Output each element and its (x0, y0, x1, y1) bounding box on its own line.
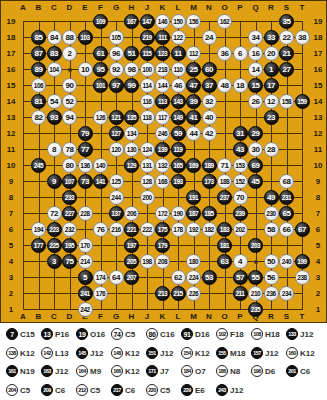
board-stone-H13[interactable]: 135 (124, 110, 139, 125)
stone-move-number: 2 (68, 49, 72, 58)
board-stone-L17[interactable]: 11 (171, 46, 186, 61)
board-stone-Q18[interactable]: 34 (248, 30, 263, 45)
board-stone-Q2[interactable]: 210 (248, 286, 263, 301)
legend-entry: 204C5 (6, 383, 41, 397)
board-stone-H12[interactable]: 134 (124, 126, 139, 141)
stone-move-number: 236 (266, 290, 275, 297)
board-stone-K4[interactable]: 208 (155, 254, 170, 269)
board-stone-J9[interactable]: 128 (140, 174, 155, 189)
board-stone-D11[interactable]: 78 (62, 142, 77, 157)
legend-coordinate: O16 (90, 330, 105, 339)
board-stone-P12[interactable]: 31 (233, 126, 248, 141)
board-stone-M19[interactable]: 156 (186, 14, 201, 29)
board-stone-C17[interactable]: 83 (47, 46, 62, 61)
board-stone-N10[interactable]: 189 (202, 158, 217, 173)
board-stone-C14[interactable]: 54 (47, 94, 62, 109)
board-stone-H17[interactable]: 51 (124, 46, 139, 61)
board-stone-K9[interactable]: 168 (155, 174, 170, 189)
board-stone-K15[interactable]: 144 (155, 78, 170, 93)
board-stone-F6[interactable]: 76 (93, 222, 108, 237)
board-stone-L11[interactable]: 119 (171, 142, 186, 157)
stone-move-number: 38 (298, 33, 306, 42)
board-stone-G8[interactable]: 244 (109, 190, 124, 205)
stone-move-number: 42 (205, 129, 213, 138)
stone-move-number: 137 (111, 210, 120, 217)
board-stone-E4[interactable]: 214 (78, 254, 93, 269)
stone-move-number: 208 (158, 258, 167, 265)
board-stone-H15[interactable]: 99 (124, 78, 139, 93)
board-stone-S19[interactable]: 35 (279, 14, 294, 29)
board-stone-P17[interactable]: 6 (233, 46, 248, 61)
board-stone-F9[interactable]: 141 (93, 174, 108, 189)
legend-entry: 133J12 (286, 327, 321, 341)
board-stone-R8[interactable]: 49 (264, 190, 279, 205)
board-stone-R2[interactable]: 236 (264, 286, 279, 301)
stone-move-number: 180 (189, 258, 198, 265)
board-stone-M7[interactable]: 187 (186, 206, 201, 221)
row-label-right: 8 (311, 193, 325, 202)
board-stone-D18[interactable]: 88 (62, 30, 77, 45)
board-stone-N18[interactable]: 24 (202, 30, 217, 45)
board-stone-S4[interactable]: 240 (279, 254, 294, 269)
board-stone-D5[interactable]: 195 (62, 238, 77, 253)
board-stone-B16[interactable]: 89 (31, 62, 46, 77)
board-stone-C5[interactable]: 225 (47, 238, 62, 253)
board-stone-M6[interactable]: 192 (186, 222, 201, 237)
board-stone-L9[interactable]: 193 (171, 174, 186, 189)
board-stone-H4[interactable]: 205 (124, 254, 139, 269)
board-stone-D4[interactable]: 75 (62, 254, 77, 269)
board-stone-G16[interactable]: 92 (109, 62, 124, 77)
board-stone-S2[interactable]: 234 (279, 286, 294, 301)
board-stone-J11[interactable]: 124 (140, 142, 155, 157)
row-label-left: 8 (4, 193, 18, 202)
board-stone-H11[interactable]: 130 (124, 142, 139, 157)
board-stone-P7[interactable]: 239 (233, 206, 248, 221)
board-stone-E1[interactable]: 242 (78, 302, 93, 317)
board-stone-S17[interactable]: 21 (279, 46, 294, 61)
column-label-top: C (49, 3, 59, 12)
board-stone-C16[interactable]: 104 (47, 62, 62, 77)
board-stone-B17[interactable]: 87 (31, 46, 46, 61)
board-stone-S18[interactable]: 22 (279, 30, 294, 45)
board-stone-J13[interactable]: 118 (140, 110, 155, 125)
row-label-left: 16 (4, 65, 18, 74)
board-stone-M3[interactable]: 224 (186, 270, 201, 285)
board-stone-K18[interactable]: 111 (155, 30, 170, 45)
board-stone-J16[interactable]: 100 (140, 62, 155, 77)
stone-move-number: 4 (238, 257, 242, 266)
board-stone-K2[interactable]: 213 (155, 286, 170, 301)
row-label-right: 15 (311, 81, 325, 90)
board-stone-K5[interactable]: 179 (155, 238, 170, 253)
stone-move-number: 65 (283, 209, 291, 218)
board-stone-P3[interactable]: 57 (233, 270, 248, 285)
column-label-top: P (235, 3, 245, 12)
board-stone-P6[interactable]: 202 (233, 222, 248, 237)
board-stone-E2[interactable]: 241 (78, 286, 93, 301)
board-stone-E9[interactable]: 73 (78, 174, 93, 189)
row-label-right: 4 (311, 257, 325, 266)
board-stone-B15[interactable]: 106 (31, 78, 46, 93)
board-stone-K19[interactable]: 146 (155, 14, 170, 29)
board-stone-C11[interactable]: 8 (47, 142, 62, 157)
board-stone-J14[interactable]: 116 (140, 94, 155, 109)
board-stone-M12[interactable]: 44 (186, 126, 201, 141)
board-stone-G9[interactable]: 125 (109, 174, 124, 189)
stone-move-number: 141 (96, 178, 105, 185)
board-stone-E7[interactable]: 228 (78, 206, 93, 221)
row-label-right: 11 (311, 145, 325, 154)
board-stone-M14[interactable]: 39 (186, 94, 201, 109)
stone-move-number: 177 (34, 242, 43, 249)
board-stone-R13[interactable]: 23 (264, 110, 279, 125)
board-stone-N3[interactable]: 53 (202, 270, 217, 285)
board-stone-F10[interactable]: 140 (93, 158, 108, 173)
board-stone-Q1[interactable]: 235 (248, 302, 263, 317)
board-stone-P15[interactable]: 18 (233, 78, 248, 93)
board-stone-T14[interactable]: 159 (295, 94, 310, 109)
column-label-bottom: F (96, 312, 106, 321)
board-stone-O5[interactable]: 181 (217, 238, 232, 253)
board-stone-M15[interactable]: 47 (186, 78, 201, 93)
legend-entry: 86C16 (146, 327, 181, 341)
board-stone-B5[interactable]: 177 (31, 238, 46, 253)
board-stone-F15[interactable]: 101 (93, 78, 108, 93)
board-stone-Q16[interactable]: 14 (248, 62, 263, 77)
board-stone-B14[interactable]: 81 (31, 94, 46, 109)
board-stone-L10[interactable]: 165 (171, 158, 186, 173)
board-stone-M4[interactable]: 180 (186, 254, 201, 269)
board-stone-O4[interactable]: 63 (217, 254, 232, 269)
column-label-bottom: D (65, 312, 75, 321)
legend-stone: 154 (181, 347, 193, 359)
board-stone-F17[interactable]: 61 (93, 46, 108, 61)
board-stone-C13[interactable]: 93 (47, 110, 62, 125)
board-stone-G18[interactable]: 105 (109, 30, 124, 45)
board-stone-P11[interactable]: 43 (233, 142, 248, 157)
board-stone-P10[interactable]: 153 (233, 158, 248, 173)
board-stone-N14[interactable]: 32 (202, 94, 217, 109)
legend-entry: 151J12 (146, 346, 181, 360)
board-stone-R18[interactable]: 33 (264, 30, 279, 45)
board-stone-H3[interactable]: 207 (124, 270, 139, 285)
stone-move-number: 110 (174, 66, 183, 73)
board-stone-N16[interactable]: 60 (202, 62, 217, 77)
board-stone-S9[interactable]: 68 (279, 174, 294, 189)
stone-move-number: 215 (173, 290, 182, 297)
board-stone-G6[interactable]: 216 (109, 222, 124, 237)
board-stone-L3[interactable]: 62 (171, 270, 186, 285)
stone-move-number: 225 (49, 242, 58, 249)
board-stone-H10[interactable]: 129 (124, 158, 139, 173)
stone-move-number: 77 (81, 145, 89, 154)
legend-stone: 171 (146, 365, 158, 377)
stone-move-number: 119 (174, 146, 183, 153)
board-stone-D8[interactable]: 233 (62, 190, 77, 205)
board-stone-L14[interactable]: 143 (171, 94, 186, 109)
column-label-top: J (142, 3, 152, 12)
stone-move-number: 134 (127, 130, 136, 137)
board-stone-G12[interactable]: 127 (109, 126, 124, 141)
board-stone-Q14[interactable]: 26 (248, 94, 263, 109)
board-stone-E16[interactable]: 10 (78, 62, 93, 77)
legend-stone: 145 (76, 347, 88, 359)
board-stone-K6[interactable]: 175 (155, 222, 170, 237)
board-stone-B10[interactable]: 245 (31, 158, 46, 173)
board-stone-F3[interactable]: 174 (93, 270, 108, 285)
board-stone-Q5[interactable]: 203 (248, 238, 263, 253)
board-stone-F19[interactable]: 109 (93, 14, 108, 29)
board-stone-H5[interactable]: 197 (124, 238, 139, 253)
stone-move-number: 34 (252, 33, 260, 42)
board-stone-R17[interactable]: 20 (264, 46, 279, 61)
board-stone-C9[interactable]: 9 (47, 174, 62, 189)
board-stone-B13[interactable]: 82 (31, 110, 46, 125)
board-stone-R6[interactable]: 58 (264, 222, 279, 237)
board-stone-L16[interactable]: 110 (171, 62, 186, 77)
board-stone-Q15[interactable]: 15 (248, 78, 263, 93)
board-stone-K13[interactable]: 117 (155, 110, 170, 125)
legend-coordinate: D6 (265, 367, 275, 376)
board-stone-L6[interactable]: 178 (171, 222, 186, 237)
legend-stone: 142 (41, 347, 53, 359)
board-stone-G3[interactable]: 64 (109, 270, 124, 285)
board-stone-K7[interactable]: 172 (155, 206, 170, 221)
board-stone-R11[interactable]: 28 (264, 142, 279, 157)
board-stone-J18[interactable]: 219 (140, 30, 155, 45)
stone-move-number: 132 (158, 162, 167, 169)
stone-move-number: 128 (142, 178, 151, 185)
stone-move-number: 67 (298, 225, 306, 234)
board-stone-C7[interactable]: 72 (47, 206, 62, 221)
board-stone-P9[interactable]: 152 (233, 174, 248, 189)
board-stone-G17[interactable]: 96 (109, 46, 124, 61)
board-stone-N9[interactable]: 173 (202, 174, 217, 189)
legend-stone: 161 (6, 365, 18, 377)
board-stone-R3[interactable]: 56 (264, 270, 279, 285)
stone-move-number: 54 (50, 97, 58, 106)
board-stone-H6[interactable]: 221 (124, 222, 139, 237)
stone-move-number: 97 (112, 81, 120, 90)
board-stone-R16[interactable]: 1 (264, 62, 279, 77)
board-stone-Q11[interactable]: 30 (248, 142, 263, 157)
board-stone-R15[interactable]: 17 (264, 78, 279, 93)
stone-move-number: 189 (204, 162, 213, 169)
board-stone-Q9[interactable]: 45 (248, 174, 263, 189)
board-stone-O10[interactable]: 71 (217, 158, 232, 173)
board-stone-G15[interactable]: 97 (109, 78, 124, 93)
board-stone-N6[interactable]: 182 (202, 222, 217, 237)
stone-move-number: 230 (266, 210, 275, 217)
stone-move-number: 23 (267, 113, 275, 122)
board-stone-R14[interactable]: 12 (264, 94, 279, 109)
board-stone-S14[interactable]: 158 (279, 94, 294, 109)
stone-move-number: 12 (267, 97, 275, 106)
stone-move-number: 235 (251, 306, 260, 313)
stone-move-number: 40 (205, 113, 213, 122)
board-stone-P8[interactable]: 70 (233, 190, 248, 205)
legend-coordinate: L13 (55, 349, 69, 358)
board-stone-H16[interactable]: 98 (124, 62, 139, 77)
board-stone-S8[interactable]: 231 (279, 190, 294, 205)
board-stone-G11[interactable]: 120 (109, 142, 124, 157)
board-stone-L13[interactable]: 149 (171, 110, 186, 125)
board-stone-L7[interactable]: 190 (171, 206, 186, 221)
board-stone-L12[interactable]: 59 (171, 126, 186, 141)
board-stone-T6[interactable]: 67 (295, 222, 310, 237)
stone-move-number: 69 (252, 161, 260, 170)
board-stone-M16[interactable]: 25 (186, 62, 201, 77)
stone-move-number: 104 (49, 66, 58, 73)
row-label-right: 12 (311, 129, 325, 138)
board-stone-O15[interactable]: 48 (217, 78, 232, 93)
board-stone-R4[interactable]: 50 (264, 254, 279, 269)
row-label-left: 11 (4, 145, 18, 154)
board-stone-G13[interactable]: 121 (109, 110, 124, 125)
stone-move-number: 3 (52, 257, 56, 266)
board-stone-J19[interactable]: 147 (140, 14, 155, 29)
board-stone-N13[interactable]: 40 (202, 110, 217, 125)
board-stone-M17[interactable]: 112 (186, 46, 201, 61)
board-stone-F2[interactable]: 176 (93, 286, 108, 301)
stone-move-number: 147 (142, 18, 151, 25)
board-stone-O17[interactable]: 36 (217, 46, 232, 61)
stone-move-number: 187 (189, 210, 198, 217)
stone-move-number: 173 (204, 178, 213, 185)
board-stone-C4[interactable]: 3 (47, 254, 62, 269)
stone-move-number: 216 (111, 226, 120, 233)
board-stone-T3[interactable]: 238 (295, 270, 310, 285)
legend-coordinate: C6 (300, 367, 310, 376)
board-stone-K17[interactable]: 123 (155, 46, 170, 61)
board-stone-B18[interactable]: 85 (31, 30, 46, 45)
stone-move-number: 55 (252, 273, 260, 282)
board-stone-E18[interactable]: 103 (78, 30, 93, 45)
stone-move-number: 75 (66, 257, 74, 266)
stone-move-number: 181 (220, 242, 229, 249)
board-stone-S16[interactable]: 27 (279, 62, 294, 77)
board-stone-M8[interactable]: 191 (186, 190, 201, 205)
column-label-bottom: R (266, 312, 276, 321)
board-stone-L18[interactable]: 122 (171, 30, 186, 45)
column-label-top: H (127, 3, 137, 12)
board-stone-Q3[interactable]: 55 (248, 270, 263, 285)
row-label-left: 1 (4, 305, 18, 314)
board-stone-B6[interactable]: 194 (31, 222, 46, 237)
board-stone-G7[interactable]: 137 (109, 206, 124, 221)
column-label-top: B (34, 3, 44, 12)
board-stone-M2[interactable]: 226 (186, 286, 201, 301)
stone-move-number: 76 (97, 225, 105, 234)
board-stone-C18[interactable]: 84 (47, 30, 62, 45)
stone-move-number: 219 (142, 34, 151, 41)
board-stone-J17[interactable]: 115 (140, 46, 155, 61)
board-stone-S6[interactable]: 66 (279, 222, 294, 237)
board-stone-K11[interactable]: 139 (155, 142, 170, 157)
board-stone-D10[interactable]: 80 (62, 158, 77, 173)
stone-move-number: 45 (252, 177, 260, 186)
board-stone-E10[interactable]: 136 (78, 158, 93, 173)
legend-entry: 164M9 (76, 364, 111, 378)
board-stone-T4[interactable]: 199 (295, 254, 310, 269)
board-stone-O6[interactable]: 183 (217, 222, 232, 237)
column-label-bottom: H (127, 312, 137, 321)
board-stone-F13[interactable]: 126 (93, 110, 108, 125)
stone-move-number: 99 (128, 81, 136, 90)
board-stone-D17[interactable]: 2 (62, 46, 77, 61)
stone-move-number: 80 (66, 161, 74, 170)
board-stone-F16[interactable]: 95 (93, 62, 108, 77)
board-stone-P2[interactable]: 211 (233, 286, 248, 301)
board-stone-K16[interactable]: 218 (155, 62, 170, 77)
board-stone-O8[interactable]: 237 (217, 190, 232, 205)
board-stone-E5[interactable]: 170 (78, 238, 93, 253)
legend-entry: 7C15 (6, 327, 41, 341)
board-stone-J15[interactable]: 114 (140, 78, 155, 93)
board-stone-Q12[interactable]: 29 (248, 126, 263, 141)
board-stone-E11[interactable]: 77 (78, 142, 93, 157)
stone-move-number: 210 (251, 290, 260, 297)
board-stone-D13[interactable]: 94 (62, 110, 77, 125)
board-stone-D6[interactable]: 232 (62, 222, 77, 237)
board-stone-K10[interactable]: 132 (155, 158, 170, 173)
board-stone-R7[interactable]: 230 (264, 206, 279, 221)
board-stone-K12[interactable]: 246 (155, 126, 170, 141)
board-stone-M13[interactable]: 41 (186, 110, 201, 125)
stone-move-number: 116 (143, 98, 152, 105)
board-stone-L15[interactable]: 46 (171, 78, 186, 93)
board-stone-J4[interactable]: 198 (140, 254, 155, 269)
board-stone-L19[interactable]: 150 (171, 14, 186, 29)
row-label-right: 1 (311, 305, 325, 314)
board-stone-E12[interactable]: 79 (78, 126, 93, 141)
stone-move-number: 241 (80, 290, 89, 297)
board-stone-D7[interactable]: 227 (62, 206, 77, 221)
legend-coordinate: J12 (55, 367, 68, 376)
board-stone-J8[interactable]: 200 (140, 190, 155, 205)
row-label-right: 6 (311, 225, 325, 234)
board-stone-Q17[interactable]: 16 (248, 46, 263, 61)
board-stone-N12[interactable]: 42 (202, 126, 217, 141)
legend-stone: 166 (111, 365, 123, 377)
board-stone-S7[interactable]: 65 (279, 206, 294, 221)
board-stone-M10[interactable]: 169 (186, 158, 201, 173)
board-stone-N7[interactable]: 185 (202, 206, 217, 221)
board-stone-N15[interactable]: 37 (202, 78, 217, 93)
board-stone-L2[interactable]: 215 (171, 286, 186, 301)
board-stone-O19[interactable]: 162 (217, 14, 232, 29)
stone-move-number: 226 (189, 290, 198, 297)
board-stone-D9[interactable]: 107 (62, 174, 77, 189)
board-stone-H7[interactable]: 206 (124, 206, 139, 221)
board-stone-P4[interactable]: 4 (233, 254, 248, 269)
board-stone-K14[interactable]: 113 (155, 94, 170, 109)
board-stone-T18[interactable]: 38 (295, 30, 310, 45)
board-stone-E3[interactable]: 5 (78, 270, 93, 285)
legend-stone: 155 (216, 347, 228, 359)
board-stone-H19[interactable]: 167 (124, 14, 139, 29)
board-stone-C6[interactable]: 223 (47, 222, 62, 237)
board-stone-O9[interactable]: 188 (217, 174, 232, 189)
legend-coordinate: K12 (125, 349, 140, 358)
board-stone-J10[interactable]: 131 (140, 158, 155, 173)
legend-coordinate: J12 (90, 349, 103, 358)
board-stone-D15[interactable]: 90 (62, 78, 77, 93)
board-stone-D14[interactable]: 52 (62, 94, 77, 109)
board-stone-Q10[interactable]: 69 (248, 158, 263, 173)
board-stone-J6[interactable]: 222 (140, 222, 155, 237)
